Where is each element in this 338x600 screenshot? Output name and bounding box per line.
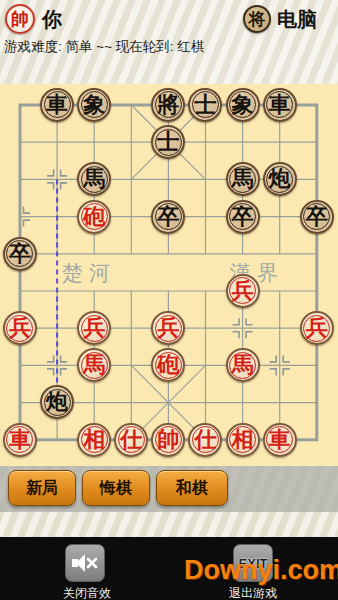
piece-red-pawn-a[interactable]: 兵	[3, 311, 37, 345]
sound-toggle-label: 关闭音效	[47, 585, 127, 600]
piece-red-chariot-right[interactable]: 車	[263, 423, 297, 457]
piece-red-cannon-center[interactable]: 砲	[151, 348, 185, 382]
computer-label: 电脑	[277, 6, 317, 33]
piece-red-pawn-i[interactable]: 兵	[300, 311, 334, 345]
toolbar: 新局 悔棋 和棋	[0, 466, 338, 512]
piece-red-horse-right[interactable]: 馬	[226, 348, 260, 382]
piece-black-chariot-left[interactable]: 車	[40, 88, 74, 122]
piece-black-soldier-g[interactable]: 卒	[226, 200, 260, 234]
pieces-grid: 車象將士象車士馬馬炮砲卒卒卒卒兵兵兵兵兵馬砲馬炮車相仕帥仕相車	[1, 86, 335, 458]
sound-toggle-button[interactable]	[65, 544, 105, 582]
xiangqi-app: 帥 你 将 电脑 游戏难度: 简单 ~~ 现在轮到: 红棋	[0, 0, 338, 600]
offer-draw-button[interactable]: 和棋	[156, 470, 228, 506]
piece-red-pawn-e[interactable]: 兵	[151, 311, 185, 345]
piece-red-general[interactable]: 帥	[151, 423, 185, 457]
piece-red-horse-left[interactable]: 馬	[77, 348, 111, 382]
piece-red-elephant-right[interactable]: 相	[226, 423, 260, 457]
new-game-button[interactable]: 新局	[8, 470, 76, 506]
exit-game-label: 退出游戏	[213, 585, 293, 600]
piece-red-chariot-left[interactable]: 車	[3, 423, 37, 457]
piece-black-advisor-left[interactable]: 士	[151, 125, 185, 159]
piece-black-elephant-left[interactable]: 象	[77, 88, 111, 122]
piece-black-cannon-left[interactable]: 炮	[40, 385, 74, 419]
piece-black-advisor-right[interactable]: 士	[188, 88, 222, 122]
watermark: Downyi.com	[184, 555, 338, 586]
piece-red-pawn-g[interactable]: 兵	[226, 274, 260, 308]
piece-red-advisor-left[interactable]: 仕	[114, 423, 148, 457]
piece-black-horse-right[interactable]: 馬	[226, 162, 260, 196]
piece-black-elephant-right[interactable]: 象	[226, 88, 260, 122]
piece-black-soldier-e[interactable]: 卒	[151, 200, 185, 234]
piece-red-cannon-advanced[interactable]: 砲	[77, 200, 111, 234]
muted-speaker-icon	[71, 551, 99, 575]
you-side-piece-icon: 帥	[5, 4, 35, 34]
piece-black-chariot-right[interactable]: 車	[263, 88, 297, 122]
you-label: 你	[42, 6, 62, 33]
piece-black-general[interactable]: 將	[151, 88, 185, 122]
piece-black-soldier-a[interactable]: 卒	[3, 237, 37, 271]
piece-red-advisor-right[interactable]: 仕	[188, 423, 222, 457]
computer-side-piece-icon: 将	[243, 5, 271, 33]
undo-move-button[interactable]: 悔棋	[82, 470, 150, 506]
piece-black-cannon-right[interactable]: 炮	[263, 162, 297, 196]
header: 帥 你 将 电脑	[0, 0, 338, 36]
piece-black-soldier-i[interactable]: 卒	[300, 200, 334, 234]
status-text: 游戏难度: 简单 ~~ 现在轮到: 红棋	[4, 38, 334, 56]
piece-red-pawn-c[interactable]: 兵	[77, 311, 111, 345]
piece-black-horse-left[interactable]: 馬	[77, 162, 111, 196]
piece-red-elephant-left[interactable]: 相	[77, 423, 111, 457]
